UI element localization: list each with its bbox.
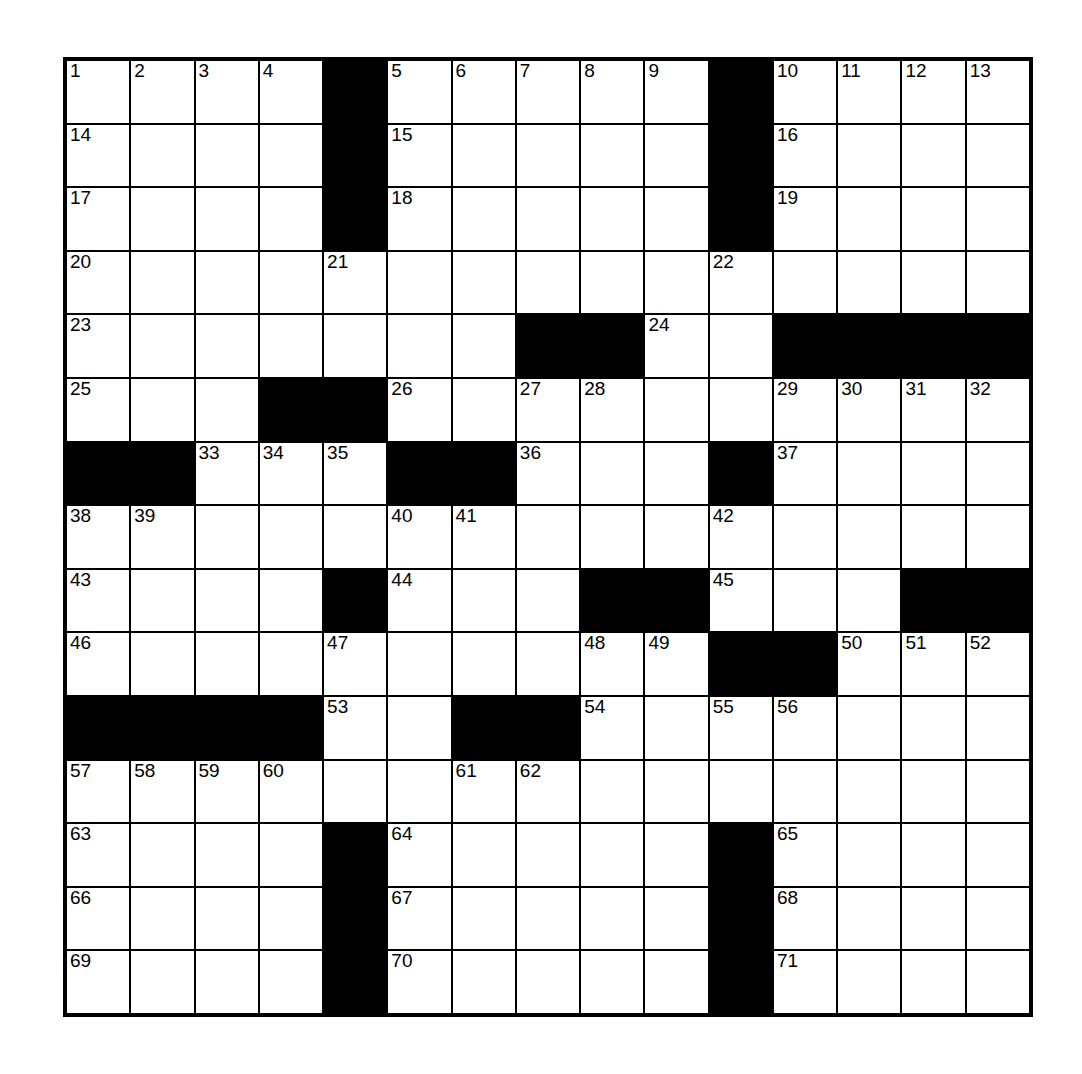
clue-number: 62 bbox=[520, 761, 541, 781]
clue-number: 29 bbox=[777, 379, 798, 399]
white-square[interactable] bbox=[196, 888, 258, 950]
white-square[interactable]: 8 bbox=[581, 61, 643, 123]
white-square[interactable] bbox=[581, 888, 643, 950]
white-square[interactable] bbox=[902, 443, 964, 505]
white-square[interactable] bbox=[581, 506, 643, 568]
white-square[interactable] bbox=[902, 888, 964, 950]
white-square[interactable] bbox=[645, 824, 707, 886]
white-square[interactable]: 47 bbox=[324, 633, 386, 695]
clue-number: 44 bbox=[391, 570, 412, 590]
white-square[interactable] bbox=[453, 888, 515, 950]
black-square bbox=[388, 443, 450, 505]
white-square[interactable] bbox=[196, 252, 258, 314]
clue-number: 54 bbox=[584, 697, 605, 717]
white-square[interactable] bbox=[967, 506, 1029, 568]
white-square[interactable] bbox=[260, 252, 322, 314]
white-square[interactable]: 21 bbox=[324, 252, 386, 314]
white-square[interactable]: 7 bbox=[517, 61, 579, 123]
clue-number: 10 bbox=[777, 61, 798, 81]
white-square[interactable] bbox=[453, 252, 515, 314]
white-square[interactable]: 65 bbox=[774, 824, 836, 886]
clue-number: 66 bbox=[70, 888, 91, 908]
white-square[interactable] bbox=[581, 125, 643, 187]
white-square[interactable] bbox=[453, 315, 515, 377]
white-square[interactable]: 22 bbox=[710, 252, 772, 314]
white-square[interactable] bbox=[131, 888, 193, 950]
clue-number: 35 bbox=[327, 443, 348, 463]
white-square[interactable] bbox=[838, 188, 900, 250]
white-square[interactable] bbox=[645, 443, 707, 505]
white-square[interactable]: 45 bbox=[710, 570, 772, 632]
white-square[interactable]: 27 bbox=[517, 379, 579, 441]
white-square[interactable]: 17 bbox=[67, 188, 129, 250]
white-square[interactable]: 37 bbox=[774, 443, 836, 505]
white-square[interactable]: 12 bbox=[902, 61, 964, 123]
white-square[interactable] bbox=[710, 379, 772, 441]
white-square[interactable]: 59 bbox=[196, 761, 258, 823]
white-square[interactable] bbox=[196, 633, 258, 695]
clue-number: 42 bbox=[713, 506, 734, 526]
clue-number: 36 bbox=[520, 443, 541, 463]
white-square[interactable]: 38 bbox=[67, 506, 129, 568]
black-square bbox=[710, 824, 772, 886]
white-square[interactable]: 13 bbox=[967, 61, 1029, 123]
white-square[interactable]: 4 bbox=[260, 61, 322, 123]
white-square[interactable]: 14 bbox=[67, 125, 129, 187]
white-square[interactable] bbox=[453, 125, 515, 187]
white-square[interactable] bbox=[902, 951, 964, 1013]
black-square bbox=[324, 951, 386, 1013]
white-square[interactable]: 54 bbox=[581, 697, 643, 759]
white-square[interactable]: 24 bbox=[645, 315, 707, 377]
black-square bbox=[774, 633, 836, 695]
black-square bbox=[324, 61, 386, 123]
black-square bbox=[774, 315, 836, 377]
white-square[interactable]: 50 bbox=[838, 633, 900, 695]
black-square bbox=[196, 697, 258, 759]
black-square bbox=[517, 697, 579, 759]
white-square[interactable]: 60 bbox=[260, 761, 322, 823]
white-square[interactable] bbox=[388, 315, 450, 377]
black-square bbox=[967, 570, 1029, 632]
white-square[interactable] bbox=[517, 951, 579, 1013]
black-square bbox=[581, 570, 643, 632]
black-square bbox=[710, 61, 772, 123]
white-square[interactable]: 49 bbox=[645, 633, 707, 695]
white-square[interactable]: 28 bbox=[581, 379, 643, 441]
black-square bbox=[67, 443, 129, 505]
clue-number: 71 bbox=[777, 951, 798, 971]
white-square[interactable]: 66 bbox=[67, 888, 129, 950]
white-square[interactable]: 3 bbox=[196, 61, 258, 123]
white-square[interactable] bbox=[902, 506, 964, 568]
white-square[interactable]: 29 bbox=[774, 379, 836, 441]
white-square[interactable] bbox=[902, 697, 964, 759]
white-square[interactable] bbox=[774, 506, 836, 568]
clue-number: 40 bbox=[391, 506, 412, 526]
white-square[interactable] bbox=[838, 761, 900, 823]
clue-number: 18 bbox=[391, 188, 412, 208]
white-square[interactable] bbox=[324, 761, 386, 823]
white-square[interactable] bbox=[838, 125, 900, 187]
clue-number: 7 bbox=[520, 61, 531, 81]
white-square[interactable]: 71 bbox=[774, 951, 836, 1013]
clue-number: 52 bbox=[970, 633, 991, 653]
white-square[interactable] bbox=[131, 633, 193, 695]
clue-number: 64 bbox=[391, 824, 412, 844]
clue-number: 5 bbox=[391, 61, 402, 81]
white-square[interactable] bbox=[517, 824, 579, 886]
white-square[interactable]: 23 bbox=[67, 315, 129, 377]
clue-number: 8 bbox=[584, 61, 595, 81]
black-square bbox=[517, 315, 579, 377]
clue-number: 21 bbox=[327, 252, 348, 272]
clue-number: 3 bbox=[199, 61, 210, 81]
white-square[interactable]: 25 bbox=[67, 379, 129, 441]
white-square[interactable] bbox=[324, 506, 386, 568]
white-square[interactable] bbox=[645, 379, 707, 441]
black-square bbox=[260, 379, 322, 441]
white-square[interactable] bbox=[517, 570, 579, 632]
white-square[interactable] bbox=[645, 888, 707, 950]
white-square[interactable] bbox=[131, 125, 193, 187]
white-square[interactable] bbox=[517, 506, 579, 568]
black-square bbox=[838, 315, 900, 377]
clue-number: 45 bbox=[713, 570, 734, 590]
white-square[interactable] bbox=[967, 125, 1029, 187]
black-square bbox=[260, 697, 322, 759]
clue-number: 58 bbox=[134, 761, 155, 781]
white-square[interactable] bbox=[517, 125, 579, 187]
clue-number: 25 bbox=[70, 379, 91, 399]
white-square[interactable]: 31 bbox=[902, 379, 964, 441]
clue-number: 6 bbox=[456, 61, 467, 81]
white-square[interactable] bbox=[645, 188, 707, 250]
white-square[interactable]: 57 bbox=[67, 761, 129, 823]
clue-number: 16 bbox=[777, 125, 798, 145]
white-square[interactable]: 63 bbox=[67, 824, 129, 886]
white-square[interactable]: 48 bbox=[581, 633, 643, 695]
white-square[interactable]: 56 bbox=[774, 697, 836, 759]
clue-number: 12 bbox=[905, 61, 926, 81]
clue-number: 15 bbox=[391, 125, 412, 145]
white-square[interactable]: 32 bbox=[967, 379, 1029, 441]
clue-number: 39 bbox=[134, 506, 155, 526]
white-square[interactable]: 2 bbox=[131, 61, 193, 123]
white-square[interactable]: 16 bbox=[774, 125, 836, 187]
white-square[interactable] bbox=[774, 761, 836, 823]
white-square[interactable] bbox=[453, 633, 515, 695]
white-square[interactable] bbox=[967, 443, 1029, 505]
black-square bbox=[710, 951, 772, 1013]
clue-number: 60 bbox=[263, 761, 284, 781]
white-square[interactable]: 35 bbox=[324, 443, 386, 505]
clue-number: 11 bbox=[841, 61, 861, 81]
white-square[interactable] bbox=[260, 633, 322, 695]
clue-number: 67 bbox=[391, 888, 412, 908]
white-square[interactable] bbox=[453, 570, 515, 632]
white-square[interactable] bbox=[260, 506, 322, 568]
black-square bbox=[710, 188, 772, 250]
clue-number: 13 bbox=[970, 61, 991, 81]
white-square[interactable]: 67 bbox=[388, 888, 450, 950]
white-square[interactable]: 34 bbox=[260, 443, 322, 505]
black-square bbox=[324, 570, 386, 632]
white-square[interactable] bbox=[838, 824, 900, 886]
white-square[interactable]: 46 bbox=[67, 633, 129, 695]
white-square[interactable] bbox=[838, 697, 900, 759]
clue-number: 23 bbox=[70, 315, 91, 335]
clue-number: 38 bbox=[70, 506, 91, 526]
white-square[interactable] bbox=[453, 824, 515, 886]
black-square bbox=[131, 443, 193, 505]
white-square[interactable]: 70 bbox=[388, 951, 450, 1013]
white-square[interactable]: 68 bbox=[774, 888, 836, 950]
white-square[interactable] bbox=[645, 761, 707, 823]
white-square[interactable] bbox=[710, 761, 772, 823]
white-square[interactable] bbox=[131, 824, 193, 886]
white-square[interactable] bbox=[260, 188, 322, 250]
white-square[interactable] bbox=[388, 761, 450, 823]
white-square[interactable]: 36 bbox=[517, 443, 579, 505]
white-square[interactable] bbox=[581, 824, 643, 886]
white-square[interactable] bbox=[131, 188, 193, 250]
white-square[interactable] bbox=[710, 315, 772, 377]
clue-number: 27 bbox=[520, 379, 541, 399]
white-square[interactable]: 5 bbox=[388, 61, 450, 123]
white-square[interactable] bbox=[388, 252, 450, 314]
black-square bbox=[581, 315, 643, 377]
clue-number: 24 bbox=[648, 315, 669, 335]
black-square bbox=[453, 443, 515, 505]
white-square[interactable] bbox=[902, 761, 964, 823]
white-square[interactable]: 55 bbox=[710, 697, 772, 759]
white-square[interactable] bbox=[517, 888, 579, 950]
white-square[interactable] bbox=[838, 951, 900, 1013]
white-square[interactable] bbox=[196, 315, 258, 377]
white-square[interactable] bbox=[581, 443, 643, 505]
black-square bbox=[131, 697, 193, 759]
black-square bbox=[710, 633, 772, 695]
white-square[interactable]: 10 bbox=[774, 61, 836, 123]
clue-number: 63 bbox=[70, 824, 91, 844]
white-square[interactable]: 64 bbox=[388, 824, 450, 886]
white-square[interactable]: 30 bbox=[838, 379, 900, 441]
white-square[interactable] bbox=[645, 697, 707, 759]
white-square[interactable] bbox=[967, 824, 1029, 886]
white-square[interactable] bbox=[196, 379, 258, 441]
white-square[interactable] bbox=[131, 570, 193, 632]
clue-number: 28 bbox=[584, 379, 605, 399]
clue-number: 31 bbox=[905, 379, 926, 399]
page: 1234567891011121314151617181920212223242… bbox=[0, 0, 1082, 1074]
white-square[interactable] bbox=[581, 951, 643, 1013]
white-square[interactable] bbox=[581, 761, 643, 823]
white-square[interactable]: 62 bbox=[517, 761, 579, 823]
white-square[interactable] bbox=[517, 188, 579, 250]
white-square[interactable] bbox=[196, 570, 258, 632]
clue-number: 41 bbox=[456, 506, 477, 526]
white-square[interactable] bbox=[967, 888, 1029, 950]
clue-number: 32 bbox=[970, 379, 991, 399]
white-square[interactable]: 53 bbox=[324, 697, 386, 759]
clue-number: 61 bbox=[456, 761, 477, 781]
clue-number: 55 bbox=[713, 697, 734, 717]
white-square[interactable]: 44 bbox=[388, 570, 450, 632]
white-square[interactable] bbox=[838, 888, 900, 950]
white-square[interactable] bbox=[131, 951, 193, 1013]
white-square[interactable] bbox=[967, 252, 1029, 314]
clue-number: 50 bbox=[841, 633, 862, 653]
white-square[interactable]: 19 bbox=[774, 188, 836, 250]
white-square[interactable] bbox=[838, 570, 900, 632]
white-square[interactable] bbox=[838, 443, 900, 505]
white-square[interactable] bbox=[453, 379, 515, 441]
white-square[interactable] bbox=[260, 888, 322, 950]
clue-number: 51 bbox=[905, 633, 926, 653]
white-square[interactable] bbox=[967, 697, 1029, 759]
white-square[interactable]: 61 bbox=[453, 761, 515, 823]
clue-number: 30 bbox=[841, 379, 862, 399]
clue-number: 47 bbox=[327, 633, 348, 653]
white-square[interactable] bbox=[453, 951, 515, 1013]
white-square[interactable] bbox=[260, 951, 322, 1013]
black-square bbox=[902, 570, 964, 632]
white-square[interactable]: 1 bbox=[67, 61, 129, 123]
clue-number: 22 bbox=[713, 252, 734, 272]
white-square[interactable] bbox=[196, 824, 258, 886]
clue-number: 14 bbox=[70, 125, 91, 145]
white-square[interactable] bbox=[260, 824, 322, 886]
black-square bbox=[902, 315, 964, 377]
white-square[interactable] bbox=[774, 252, 836, 314]
white-square[interactable] bbox=[196, 506, 258, 568]
black-square bbox=[710, 888, 772, 950]
clue-number: 9 bbox=[648, 61, 659, 81]
black-square bbox=[645, 570, 707, 632]
white-square[interactable]: 15 bbox=[388, 125, 450, 187]
white-square[interactable] bbox=[645, 506, 707, 568]
white-square[interactable]: 6 bbox=[453, 61, 515, 123]
white-square[interactable]: 40 bbox=[388, 506, 450, 568]
black-square bbox=[710, 443, 772, 505]
clue-number: 57 bbox=[70, 761, 91, 781]
white-square[interactable] bbox=[388, 633, 450, 695]
white-square[interactable] bbox=[517, 252, 579, 314]
clue-number: 17 bbox=[70, 188, 91, 208]
clue-number: 70 bbox=[391, 951, 412, 971]
black-square bbox=[324, 188, 386, 250]
white-square[interactable]: 43 bbox=[67, 570, 129, 632]
white-square[interactable] bbox=[260, 570, 322, 632]
white-square[interactable]: 41 bbox=[453, 506, 515, 568]
clue-number: 37 bbox=[777, 443, 798, 463]
white-square[interactable] bbox=[196, 125, 258, 187]
white-square[interactable] bbox=[453, 188, 515, 250]
white-square[interactable] bbox=[131, 379, 193, 441]
white-square[interactable] bbox=[902, 125, 964, 187]
white-square[interactable] bbox=[388, 697, 450, 759]
black-square bbox=[710, 125, 772, 187]
clue-number: 69 bbox=[70, 951, 91, 971]
white-square[interactable]: 18 bbox=[388, 188, 450, 250]
white-square[interactable]: 39 bbox=[131, 506, 193, 568]
white-square[interactable] bbox=[131, 315, 193, 377]
white-square[interactable] bbox=[260, 315, 322, 377]
clue-number: 33 bbox=[199, 443, 220, 463]
white-square[interactable] bbox=[645, 951, 707, 1013]
white-square[interactable] bbox=[260, 125, 322, 187]
black-square bbox=[453, 697, 515, 759]
clue-number: 46 bbox=[70, 633, 91, 653]
white-square[interactable] bbox=[838, 252, 900, 314]
white-square[interactable] bbox=[967, 761, 1029, 823]
black-square bbox=[324, 379, 386, 441]
white-square[interactable] bbox=[838, 506, 900, 568]
white-square[interactable] bbox=[581, 252, 643, 314]
black-square bbox=[324, 824, 386, 886]
clue-number: 26 bbox=[391, 379, 412, 399]
clue-number: 48 bbox=[584, 633, 605, 653]
clue-number: 53 bbox=[327, 697, 348, 717]
white-square[interactable] bbox=[131, 252, 193, 314]
clue-number: 65 bbox=[777, 824, 798, 844]
white-square[interactable] bbox=[645, 125, 707, 187]
clue-number: 4 bbox=[263, 61, 274, 81]
white-square[interactable]: 26 bbox=[388, 379, 450, 441]
white-square[interactable]: 11 bbox=[838, 61, 900, 123]
clue-number: 56 bbox=[777, 697, 798, 717]
black-square bbox=[324, 888, 386, 950]
clue-number: 49 bbox=[648, 633, 669, 653]
white-square[interactable]: 20 bbox=[67, 252, 129, 314]
clue-number: 1 bbox=[70, 61, 81, 81]
white-square[interactable] bbox=[196, 188, 258, 250]
white-square[interactable]: 42 bbox=[710, 506, 772, 568]
clue-number: 20 bbox=[70, 252, 91, 272]
clue-number: 19 bbox=[777, 188, 798, 208]
black-square bbox=[967, 315, 1029, 377]
white-square[interactable]: 69 bbox=[67, 951, 129, 1013]
white-square[interactable] bbox=[645, 252, 707, 314]
white-square[interactable] bbox=[581, 188, 643, 250]
crossword-grid: 1234567891011121314151617181920212223242… bbox=[63, 57, 1033, 1017]
white-square[interactable] bbox=[324, 315, 386, 377]
white-square[interactable] bbox=[902, 824, 964, 886]
clue-number: 2 bbox=[134, 61, 145, 81]
white-square[interactable]: 52 bbox=[967, 633, 1029, 695]
white-square[interactable]: 58 bbox=[131, 761, 193, 823]
white-square[interactable] bbox=[967, 951, 1029, 1013]
black-square bbox=[67, 697, 129, 759]
white-square[interactable] bbox=[902, 252, 964, 314]
white-square[interactable]: 33 bbox=[196, 443, 258, 505]
white-square[interactable] bbox=[902, 188, 964, 250]
white-square[interactable] bbox=[967, 188, 1029, 250]
clue-number: 43 bbox=[70, 570, 91, 590]
clue-number: 34 bbox=[263, 443, 284, 463]
clue-number: 59 bbox=[199, 761, 220, 781]
white-square[interactable]: 9 bbox=[645, 61, 707, 123]
clue-number: 68 bbox=[777, 888, 798, 908]
black-square bbox=[324, 125, 386, 187]
white-square[interactable]: 51 bbox=[902, 633, 964, 695]
white-square[interactable] bbox=[774, 570, 836, 632]
white-square[interactable] bbox=[196, 951, 258, 1013]
white-square[interactable] bbox=[517, 633, 579, 695]
